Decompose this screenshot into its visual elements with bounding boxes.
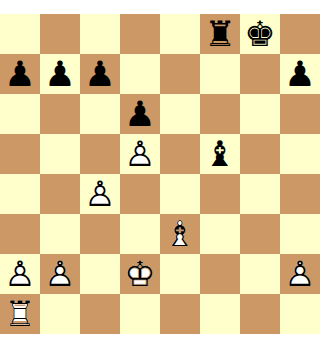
- square-g7[interactable]: [240, 54, 280, 94]
- square-c4[interactable]: ♟♙: [80, 174, 120, 214]
- square-f6[interactable]: [200, 94, 240, 134]
- black-king-icon: ♚: [240, 14, 280, 54]
- square-c1[interactable]: [80, 294, 120, 334]
- square-d1[interactable]: [120, 294, 160, 334]
- square-g4[interactable]: [240, 174, 280, 214]
- square-f8[interactable]: ♜: [200, 14, 240, 54]
- square-g6[interactable]: [240, 94, 280, 134]
- square-e4[interactable]: [160, 174, 200, 214]
- chess-board: ♜♚♟♟♟♟♟♟♙♝♟♙♝♗♟♙♟♙♚♔♟♙♜♖: [0, 14, 320, 334]
- square-e8[interactable]: [160, 14, 200, 54]
- white-rook-icon: ♖: [0, 294, 40, 334]
- square-h2[interactable]: ♟♙: [280, 254, 320, 294]
- white-pawn-icon: ♙: [120, 134, 160, 174]
- square-a6[interactable]: [0, 94, 40, 134]
- title-bar: T1.0399: [0, 0, 320, 14]
- square-a5[interactable]: [0, 134, 40, 174]
- square-c7[interactable]: ♟: [80, 54, 120, 94]
- square-d4[interactable]: [120, 174, 160, 214]
- square-h7[interactable]: ♟: [280, 54, 320, 94]
- square-f1[interactable]: [200, 294, 240, 334]
- square-b3[interactable]: [40, 214, 80, 254]
- square-a4[interactable]: [0, 174, 40, 214]
- white-pawn-icon: ♙: [0, 254, 40, 294]
- square-d3[interactable]: [120, 214, 160, 254]
- square-a3[interactable]: [0, 214, 40, 254]
- chess-puzzle-window: T1.0399 ♜♚♟♟♟♟♟♟♙♝♟♙♝♗♟♙♟♙♚♔♟♙♜♖ 1. ?: [0, 0, 320, 360]
- square-d8[interactable]: [120, 14, 160, 54]
- black-pawn-icon: ♟: [80, 54, 120, 94]
- square-g2[interactable]: [240, 254, 280, 294]
- square-b7[interactable]: ♟: [40, 54, 80, 94]
- square-e6[interactable]: [160, 94, 200, 134]
- white-king-icon: ♔: [120, 254, 160, 294]
- square-h5[interactable]: [280, 134, 320, 174]
- square-b4[interactable]: [40, 174, 80, 214]
- square-a1[interactable]: ♜♖: [0, 294, 40, 334]
- white-bishop-icon: ♗: [160, 214, 200, 254]
- square-d6[interactable]: ♟: [120, 94, 160, 134]
- square-c6[interactable]: [80, 94, 120, 134]
- square-f7[interactable]: [200, 54, 240, 94]
- black-pawn-icon: ♟: [0, 54, 40, 94]
- square-e7[interactable]: [160, 54, 200, 94]
- white-pawn-icon: ♙: [280, 254, 320, 294]
- black-pawn-icon: ♟: [120, 94, 160, 134]
- square-h8[interactable]: [280, 14, 320, 54]
- black-pawn-icon: ♟: [280, 54, 320, 94]
- square-d7[interactable]: [120, 54, 160, 94]
- square-g5[interactable]: [240, 134, 280, 174]
- square-c8[interactable]: [80, 14, 120, 54]
- square-h4[interactable]: [280, 174, 320, 214]
- square-b8[interactable]: [40, 14, 80, 54]
- square-e1[interactable]: [160, 294, 200, 334]
- square-d2[interactable]: ♚♔: [120, 254, 160, 294]
- square-f5[interactable]: ♝: [200, 134, 240, 174]
- white-pawn-icon: ♙: [80, 174, 120, 214]
- square-c5[interactable]: [80, 134, 120, 174]
- square-c3[interactable]: [80, 214, 120, 254]
- square-d5[interactable]: ♟♙: [120, 134, 160, 174]
- square-f2[interactable]: [200, 254, 240, 294]
- square-h1[interactable]: [280, 294, 320, 334]
- white-pawn-icon: ♙: [40, 254, 80, 294]
- square-h3[interactable]: [280, 214, 320, 254]
- square-e5[interactable]: [160, 134, 200, 174]
- black-pawn-icon: ♟: [40, 54, 80, 94]
- square-g8[interactable]: ♚: [240, 14, 280, 54]
- square-c2[interactable]: [80, 254, 120, 294]
- black-bishop-icon: ♝: [200, 134, 240, 174]
- square-h6[interactable]: [280, 94, 320, 134]
- square-a8[interactable]: [0, 14, 40, 54]
- square-e2[interactable]: [160, 254, 200, 294]
- square-b6[interactable]: [40, 94, 80, 134]
- square-a7[interactable]: ♟: [0, 54, 40, 94]
- square-f4[interactable]: [200, 174, 240, 214]
- square-b5[interactable]: [40, 134, 80, 174]
- square-e3[interactable]: ♝♗: [160, 214, 200, 254]
- square-b2[interactable]: ♟♙: [40, 254, 80, 294]
- square-f3[interactable]: [200, 214, 240, 254]
- square-g3[interactable]: [240, 214, 280, 254]
- square-b1[interactable]: [40, 294, 80, 334]
- black-rook-icon: ♜: [200, 14, 240, 54]
- square-a2[interactable]: ♟♙: [0, 254, 40, 294]
- square-g1[interactable]: [240, 294, 280, 334]
- status-bar: 1. ?: [0, 334, 320, 360]
